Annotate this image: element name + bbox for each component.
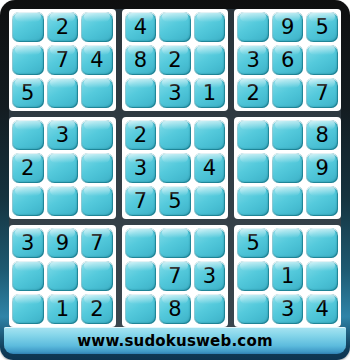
cell-r9c3: 2: [81, 294, 113, 324]
cell-r4c4: 2: [125, 120, 157, 150]
cell-r5c1: 2: [12, 153, 44, 183]
cell-r3c5: 3: [159, 78, 191, 108]
cell-r9c6[interactable]: [194, 294, 226, 324]
cell-r7c8[interactable]: [272, 228, 304, 258]
sudoku-box-8: 738: [122, 225, 229, 327]
cell-r9c9: 4: [306, 294, 338, 324]
cell-r4c1[interactable]: [12, 120, 44, 150]
cell-r1c1[interactable]: [12, 12, 44, 42]
cell-r2c1[interactable]: [12, 45, 44, 75]
footer-bar: www.sudokusweb.com: [4, 327, 346, 354]
cell-r1c5[interactable]: [159, 12, 191, 42]
cell-r1c4: 4: [125, 12, 157, 42]
cell-r1c9: 5: [306, 12, 338, 42]
cell-r9c1[interactable]: [12, 294, 44, 324]
cell-r2c2: 7: [47, 45, 79, 75]
sudoku-box-7: 39712: [9, 225, 116, 327]
cell-r2c6[interactable]: [194, 45, 226, 75]
cell-r3c8[interactable]: [272, 78, 304, 108]
cell-r4c7[interactable]: [237, 120, 269, 150]
cell-r1c2: 2: [47, 12, 79, 42]
sudoku-box-9: 5134: [234, 225, 341, 327]
cell-r4c3[interactable]: [81, 120, 113, 150]
cell-r6c3[interactable]: [81, 186, 113, 216]
cell-r3c9: 7: [306, 78, 338, 108]
sudoku-screenshot: 274548231953627322347589397127385134 www…: [0, 0, 350, 360]
cell-r5c3[interactable]: [81, 153, 113, 183]
cell-r2c3: 4: [81, 45, 113, 75]
cell-r1c7[interactable]: [237, 12, 269, 42]
cell-r8c9[interactable]: [306, 261, 338, 291]
cell-r5c4: 3: [125, 153, 157, 183]
sudoku-box-2: 48231: [122, 9, 229, 111]
cell-r5c6: 4: [194, 153, 226, 183]
cell-r6c2[interactable]: [47, 186, 79, 216]
cell-r8c3[interactable]: [81, 261, 113, 291]
cell-r6c1[interactable]: [12, 186, 44, 216]
cell-r5c9: 9: [306, 153, 338, 183]
site-url[interactable]: www.sudokusweb.com: [77, 332, 272, 350]
sudoku-box-1: 2745: [9, 9, 116, 111]
cell-r5c7[interactable]: [237, 153, 269, 183]
cell-r5c8[interactable]: [272, 153, 304, 183]
cell-r7c4[interactable]: [125, 228, 157, 258]
sudoku-box-5: 23475: [122, 117, 229, 219]
cell-r9c4[interactable]: [125, 294, 157, 324]
cell-r8c4[interactable]: [125, 261, 157, 291]
cell-r2c4: 8: [125, 45, 157, 75]
cell-r8c7[interactable]: [237, 261, 269, 291]
sudoku-box-6: 89: [234, 117, 341, 219]
cell-r4c9: 8: [306, 120, 338, 150]
cell-r9c8: 3: [272, 294, 304, 324]
cell-r9c7[interactable]: [237, 294, 269, 324]
cell-r2c9[interactable]: [306, 45, 338, 75]
cell-r5c5[interactable]: [159, 153, 191, 183]
cell-r3c4[interactable]: [125, 78, 157, 108]
cell-r6c6[interactable]: [194, 186, 226, 216]
cell-r1c6[interactable]: [194, 12, 226, 42]
cell-r7c3: 7: [81, 228, 113, 258]
cell-r2c8: 6: [272, 45, 304, 75]
cell-r1c8: 9: [272, 12, 304, 42]
cell-r6c9[interactable]: [306, 186, 338, 216]
cell-r7c1: 3: [12, 228, 44, 258]
cell-r5c2[interactable]: [47, 153, 79, 183]
cell-r4c5[interactable]: [159, 120, 191, 150]
cell-r8c5: 7: [159, 261, 191, 291]
cell-r6c8[interactable]: [272, 186, 304, 216]
cell-r8c1[interactable]: [12, 261, 44, 291]
cell-r8c8: 1: [272, 261, 304, 291]
sudoku-grid: 274548231953627322347589397127385134: [9, 9, 341, 327]
cell-r2c5: 2: [159, 45, 191, 75]
cell-r4c8[interactable]: [272, 120, 304, 150]
sudoku-board-frame: 274548231953627322347589397127385134 www…: [0, 0, 350, 360]
cell-r8c6: 3: [194, 261, 226, 291]
sudoku-box-4: 32: [9, 117, 116, 219]
cell-r7c7: 5: [237, 228, 269, 258]
cell-r3c7: 2: [237, 78, 269, 108]
cell-r1c3[interactable]: [81, 12, 113, 42]
cell-r4c2: 3: [47, 120, 79, 150]
cell-r6c7[interactable]: [237, 186, 269, 216]
cell-r3c1: 5: [12, 78, 44, 108]
cell-r9c5: 8: [159, 294, 191, 324]
cell-r7c9[interactable]: [306, 228, 338, 258]
cell-r3c2[interactable]: [47, 78, 79, 108]
cell-r6c5: 5: [159, 186, 191, 216]
cell-r6c4: 7: [125, 186, 157, 216]
cell-r4c6[interactable]: [194, 120, 226, 150]
cell-r7c5[interactable]: [159, 228, 191, 258]
cell-r7c6[interactable]: [194, 228, 226, 258]
cell-r2c7: 3: [237, 45, 269, 75]
cell-r3c6: 1: [194, 78, 226, 108]
cell-r7c2: 9: [47, 228, 79, 258]
sudoku-box-3: 953627: [234, 9, 341, 111]
cell-r9c2: 1: [47, 294, 79, 324]
cell-r8c2[interactable]: [47, 261, 79, 291]
cell-r3c3[interactable]: [81, 78, 113, 108]
